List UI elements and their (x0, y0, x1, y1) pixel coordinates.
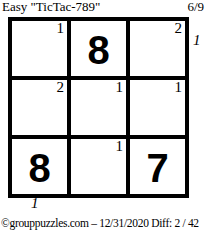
cell-r2c0[interactable]: 8 (12, 139, 67, 194)
cell-r1c0[interactable]: 2 (12, 80, 67, 135)
copyright-footer: ©grouppuzzles.com – 12/31/2020 Diff: 2 /… (1, 217, 207, 230)
cell-r1c2[interactable]: 1 (130, 80, 185, 135)
corner-clue: 1 (116, 139, 124, 153)
cell-r1c1[interactable]: 1 (71, 80, 126, 135)
corner-clue: 2 (175, 21, 183, 35)
corner-clue: 1 (116, 80, 124, 94)
corner-clue: 1 (57, 21, 65, 35)
cell-value: 8 (28, 146, 50, 188)
row1-marker: 1 (193, 33, 201, 48)
corner-clue: 2 (57, 80, 65, 94)
cell-value: 8 (87, 28, 109, 70)
cell-value: 7 (146, 146, 168, 188)
puzzle-counter: 6/9 (187, 0, 204, 14)
corner-clue: 1 (175, 80, 183, 94)
cell-r0c1[interactable]: 8 (71, 21, 126, 76)
cell-r0c0[interactable]: 1 (12, 21, 67, 76)
cell-r0c2[interactable]: 2 (130, 21, 185, 76)
cell-r2c2[interactable]: 7 (130, 139, 185, 194)
col1-marker: 1 (31, 196, 39, 211)
puzzle-title: Easy "TicTac-789" (2, 0, 100, 14)
tictac-board: 1 8 2 2 1 1 8 1 7 (8, 17, 189, 198)
cell-r2c1[interactable]: 1 (71, 139, 126, 194)
